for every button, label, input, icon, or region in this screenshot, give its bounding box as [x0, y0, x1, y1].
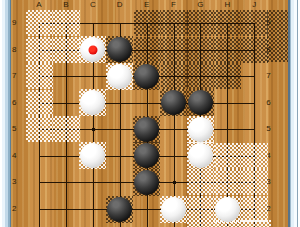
territory-black-edge-bleed — [267, 10, 288, 62]
stone-cell-E3 — [133, 169, 160, 196]
stone-cell-C6 — [79, 89, 106, 116]
territory-white-B9 — [53, 10, 80, 36]
stone-cell-F2 — [160, 196, 187, 223]
coord-label-right-5: 5 — [266, 124, 270, 133]
stone-cell-H2 — [214, 196, 241, 223]
coord-label-col-C: C — [90, 0, 96, 9]
stone-white-C4 — [80, 143, 105, 168]
territory-black-F8 — [161, 37, 188, 63]
stone-white-F2 — [161, 197, 186, 222]
coord-label-left-8: 8 — [12, 44, 16, 53]
territory-black-H8 — [214, 37, 241, 63]
territory-white-A8 — [26, 37, 53, 63]
territory-black-H7 — [214, 63, 241, 89]
stone-black-E5 — [134, 117, 159, 142]
territory-black-F9 — [161, 10, 188, 36]
coord-label-left-2: 2 — [12, 204, 16, 213]
coord-label-col-D: D — [117, 0, 123, 9]
stone-cell-D2 — [106, 196, 133, 223]
coord-label-right-6: 6 — [266, 97, 270, 106]
stone-cell-C8 — [79, 36, 106, 63]
stone-white-D7 — [107, 64, 132, 89]
coord-label-left-9: 9 — [12, 18, 16, 27]
stone-cell-G6 — [187, 89, 214, 116]
stone-black-F6 — [161, 90, 186, 115]
stone-cell-F6 — [160, 89, 187, 116]
go-board[interactable]: ABCDEFGHJ9876543298765432 — [11, 0, 288, 227]
territory-black-F7 — [161, 63, 188, 89]
territory-white-J4 — [241, 143, 268, 169]
window-border-left — [0, 0, 11, 227]
coord-label-left-6: 6 — [12, 97, 16, 106]
stone-black-E3 — [134, 170, 159, 195]
hoshi-dot-C5 — [92, 128, 95, 131]
territory-black-J8 — [241, 37, 268, 63]
stone-cell-E5 — [133, 116, 160, 143]
territory-black-J9 — [241, 10, 268, 36]
stone-white-G4 — [188, 143, 213, 168]
territory-black-E9 — [134, 10, 161, 36]
stone-cell-D8 — [106, 36, 133, 63]
territory-white-A7 — [26, 63, 53, 89]
coord-label-col-F: F — [171, 0, 176, 9]
stone-cell-G5 — [187, 116, 214, 143]
stone-black-E4 — [134, 143, 159, 168]
coord-label-col-A: A — [36, 0, 41, 9]
coord-label-col-H: H — [224, 0, 230, 9]
window-border-right — [288, 0, 300, 227]
territory-white-A9 — [26, 10, 53, 36]
stone-white-H2 — [215, 197, 240, 222]
coord-label-left-5: 5 — [12, 124, 16, 133]
coord-label-col-E: E — [144, 0, 149, 9]
coord-label-left-3: 3 — [12, 177, 16, 186]
territory-white-H3 — [214, 169, 241, 195]
stone-black-G6 — [188, 90, 213, 115]
stone-cell-G4 — [187, 142, 214, 169]
territory-white-B5 — [53, 116, 80, 142]
territory-white-H4 — [214, 143, 241, 169]
territory-black-E8 — [134, 37, 161, 63]
territory-black-G9 — [187, 10, 214, 36]
territory-black-G8 — [187, 37, 214, 63]
stone-white-G5 — [188, 117, 213, 142]
grid-hline-6 — [39, 103, 255, 104]
territory-white-J3 — [241, 169, 268, 195]
hoshi-dot-F3 — [173, 181, 176, 184]
coord-label-col-G: G — [197, 0, 203, 9]
stone-white-C8 — [80, 37, 105, 62]
stone-white-C6 — [80, 90, 105, 115]
territory-white-B8 — [53, 37, 80, 63]
coord-label-left-4: 4 — [12, 150, 16, 159]
territory-white-A5 — [26, 116, 53, 142]
coord-label-col-J: J — [252, 0, 256, 9]
stone-black-D2 — [107, 197, 132, 222]
coord-label-left-7: 7 — [12, 71, 16, 80]
last-move-marker — [88, 45, 97, 54]
stone-black-D8 — [107, 37, 132, 62]
territory-black-H9 — [214, 10, 241, 36]
territory-white-A6 — [26, 90, 53, 116]
coord-label-right-7: 7 — [266, 71, 270, 80]
territory-black-G7 — [187, 63, 214, 89]
stone-cell-E7 — [133, 63, 160, 90]
territory-white-G2 — [187, 196, 214, 222]
territory-white-G3 — [187, 169, 214, 195]
territory-white-J2 — [241, 196, 268, 222]
go-app-window: ABCDEFGHJ9876543298765432 — [0, 0, 300, 227]
stone-cell-C4 — [79, 142, 106, 169]
stone-black-E7 — [134, 64, 159, 89]
coord-label-col-B: B — [63, 0, 68, 9]
stone-cell-D7 — [106, 63, 133, 90]
stone-cell-E4 — [133, 142, 160, 169]
